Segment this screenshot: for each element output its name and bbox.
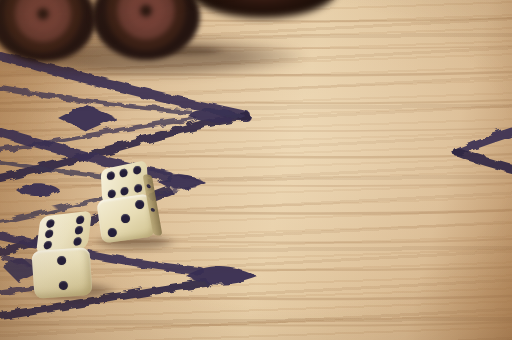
die-pip xyxy=(134,184,142,194)
die-pip xyxy=(56,256,66,266)
die-pip xyxy=(76,215,85,224)
die-face-cell xyxy=(70,278,87,292)
die-left-front-face xyxy=(31,247,92,299)
die-pip xyxy=(121,213,131,223)
die-pip xyxy=(44,230,53,239)
die-pip xyxy=(75,226,84,235)
die-pip xyxy=(43,240,52,249)
die-pip xyxy=(134,200,144,210)
die-face-cell xyxy=(70,235,87,247)
point-right-edge xyxy=(457,132,512,169)
die-pip xyxy=(121,187,129,197)
die-pip xyxy=(58,281,68,291)
die-face-cell xyxy=(54,279,71,293)
die-face-cell xyxy=(131,182,145,194)
die-face-cell xyxy=(38,267,55,281)
die-pip xyxy=(107,227,117,237)
die-face-cell xyxy=(104,225,121,239)
die-face-cell xyxy=(119,223,136,237)
backgammon-board-photo xyxy=(0,0,512,340)
die-face-cell xyxy=(70,265,87,279)
die-face-cell xyxy=(53,253,70,267)
die-face-cell xyxy=(54,266,71,280)
die-face-cell xyxy=(134,221,151,235)
die-pip xyxy=(46,219,55,228)
die-face-cell xyxy=(37,255,54,269)
die-face-cell xyxy=(69,252,86,266)
die-face-cell xyxy=(54,237,71,249)
die-face-cell xyxy=(38,280,55,294)
die-pip xyxy=(73,237,82,246)
die-right xyxy=(95,160,165,252)
